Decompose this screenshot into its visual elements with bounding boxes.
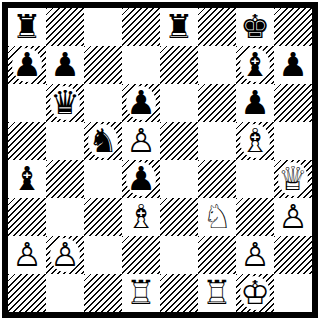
square-h5	[274, 122, 312, 160]
square-f6	[198, 84, 236, 122]
piece-black-rook: ♜	[12, 8, 42, 46]
square-d8	[122, 8, 160, 46]
square-e8: ♜	[160, 8, 198, 46]
piece-black-queen: ♛	[50, 84, 80, 122]
square-g2: ♙	[236, 236, 274, 274]
piece-white-bishop: ♗	[240, 122, 270, 160]
piece-white-rook: ♖	[126, 274, 156, 312]
square-c7	[84, 46, 122, 84]
square-a2: ♙	[8, 236, 46, 274]
square-c3	[84, 198, 122, 236]
square-h4: ♕	[274, 160, 312, 198]
square-a7: ♟	[8, 46, 46, 84]
square-d7	[122, 46, 160, 84]
piece-black-rook: ♜	[164, 8, 194, 46]
square-c1	[84, 274, 122, 312]
square-h8	[274, 8, 312, 46]
square-b4	[46, 160, 84, 198]
square-c2	[84, 236, 122, 274]
square-b3	[46, 198, 84, 236]
square-f1: ♖	[198, 274, 236, 312]
square-h1	[274, 274, 312, 312]
piece-black-bishop: ♝	[12, 160, 42, 198]
square-e1	[160, 274, 198, 312]
piece-black-pawn: ♟	[12, 46, 42, 84]
square-h2	[274, 236, 312, 274]
square-g8: ♚	[236, 8, 274, 46]
square-g5: ♗	[236, 122, 274, 160]
piece-white-pawn: ♙	[50, 236, 80, 274]
square-c8	[84, 8, 122, 46]
piece-white-pawn: ♙	[12, 236, 42, 274]
square-e6	[160, 84, 198, 122]
square-f8	[198, 8, 236, 46]
square-a4: ♝	[8, 160, 46, 198]
square-c4	[84, 160, 122, 198]
square-d1: ♖	[122, 274, 160, 312]
square-a5	[8, 122, 46, 160]
square-a6	[8, 84, 46, 122]
square-b5	[46, 122, 84, 160]
square-b6: ♛	[46, 84, 84, 122]
square-g4	[236, 160, 274, 198]
square-d3: ♗	[122, 198, 160, 236]
piece-black-knight: ♞	[88, 122, 118, 160]
square-g7: ♝	[236, 46, 274, 84]
piece-white-queen: ♕	[278, 160, 308, 198]
piece-white-rook: ♖	[202, 274, 232, 312]
square-d5: ♙	[122, 122, 160, 160]
piece-white-pawn: ♙	[126, 122, 156, 160]
square-d6: ♟	[122, 84, 160, 122]
square-d4: ♟	[122, 160, 160, 198]
piece-black-pawn: ♟	[278, 46, 308, 84]
square-h7: ♟	[274, 46, 312, 84]
square-f2	[198, 236, 236, 274]
piece-white-pawn: ♙	[240, 236, 270, 274]
chessboard: ♜♜♚♟♟♝♟♛♟♟♞♙♗♝♟♕♗♘♙♙♙♙♖♖♔	[8, 8, 312, 312]
piece-white-pawn: ♙	[278, 198, 308, 236]
square-e5	[160, 122, 198, 160]
square-a3	[8, 198, 46, 236]
square-g6: ♟	[236, 84, 274, 122]
piece-black-king: ♚	[240, 8, 270, 46]
square-b7: ♟	[46, 46, 84, 84]
piece-white-bishop: ♗	[126, 198, 156, 236]
square-e7	[160, 46, 198, 84]
square-e4	[160, 160, 198, 198]
square-b8	[46, 8, 84, 46]
chessboard-frame: ♜♜♚♟♟♝♟♛♟♟♞♙♗♝♟♕♗♘♙♙♙♙♖♖♔	[2, 2, 318, 318]
piece-black-pawn: ♟	[126, 160, 156, 198]
piece-white-knight: ♘	[202, 198, 232, 236]
square-h6	[274, 84, 312, 122]
square-e2	[160, 236, 198, 274]
square-g1: ♔	[236, 274, 274, 312]
square-f3: ♘	[198, 198, 236, 236]
piece-black-pawn: ♟	[126, 84, 156, 122]
square-c6	[84, 84, 122, 122]
square-e3	[160, 198, 198, 236]
piece-black-pawn: ♟	[50, 46, 80, 84]
piece-black-bishop: ♝	[240, 46, 270, 84]
square-h3: ♙	[274, 198, 312, 236]
piece-white-king: ♔	[240, 274, 270, 312]
square-b1	[46, 274, 84, 312]
square-f7	[198, 46, 236, 84]
square-c5: ♞	[84, 122, 122, 160]
square-a8: ♜	[8, 8, 46, 46]
square-f5	[198, 122, 236, 160]
square-f4	[198, 160, 236, 198]
square-d2	[122, 236, 160, 274]
diagram-outer-margin: ♜♜♚♟♟♝♟♛♟♟♞♙♗♝♟♕♗♘♙♙♙♙♖♖♔	[0, 0, 320, 320]
piece-black-pawn: ♟	[240, 84, 270, 122]
square-b2: ♙	[46, 236, 84, 274]
square-g3	[236, 198, 274, 236]
square-a1	[8, 274, 46, 312]
